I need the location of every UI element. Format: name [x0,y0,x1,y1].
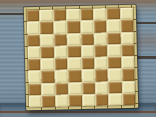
board-square [94,21,107,33]
board-square [28,47,41,59]
board-square [123,93,136,105]
board-square [95,70,108,82]
board-square [68,70,81,82]
board-square [109,82,122,94]
board-square [108,57,121,69]
board-square [27,34,40,46]
board-square [54,46,67,58]
board-square [41,46,54,58]
board-square [55,58,68,70]
board-square [28,71,41,83]
board-square [27,10,40,22]
board-square [121,20,134,32]
board-square [94,8,107,20]
board-square [95,45,108,57]
board-square [55,83,68,95]
board-square [82,94,95,106]
board-square [95,57,108,69]
board-square [121,44,134,56]
board-square [121,32,134,44]
board-square [81,45,94,57]
board-square [41,59,54,71]
board-square [122,81,135,93]
board-square [40,10,53,22]
board-square [29,96,42,108]
board-square [55,71,68,83]
board-square [82,58,95,70]
board-square [109,69,122,81]
board-square [56,95,69,107]
board-square [80,9,93,21]
chessboard [24,5,138,111]
board-square [42,71,55,83]
board-square [54,9,67,21]
board-square [108,33,121,45]
wood-plank-bottom-edge [0,113,156,117]
board-square [42,95,55,107]
board-square [41,22,54,34]
board-square [67,21,80,33]
board-square [69,83,82,95]
board-square [107,8,120,20]
board-square [68,46,81,58]
board-square [96,94,109,106]
board-grid [27,8,135,108]
photo-scene [0,0,156,117]
board-square [54,34,67,46]
board-square [94,33,107,45]
board-square [67,9,80,21]
board-square [82,82,95,94]
board-square [108,45,121,57]
board-square [81,33,94,45]
board-square [42,83,55,95]
board-square [69,95,82,107]
board-square [81,21,94,33]
board-square [95,82,108,94]
board-square [109,94,122,106]
board-square [41,34,54,46]
board-square [122,57,135,69]
board-square [82,70,95,82]
board-square [29,83,42,95]
board-square [27,22,40,34]
board-square [120,8,133,20]
board-square [54,22,67,34]
board-square [107,20,120,32]
board-square [68,58,81,70]
board-square [122,69,135,81]
board-square [28,59,41,71]
board-square [68,34,81,46]
